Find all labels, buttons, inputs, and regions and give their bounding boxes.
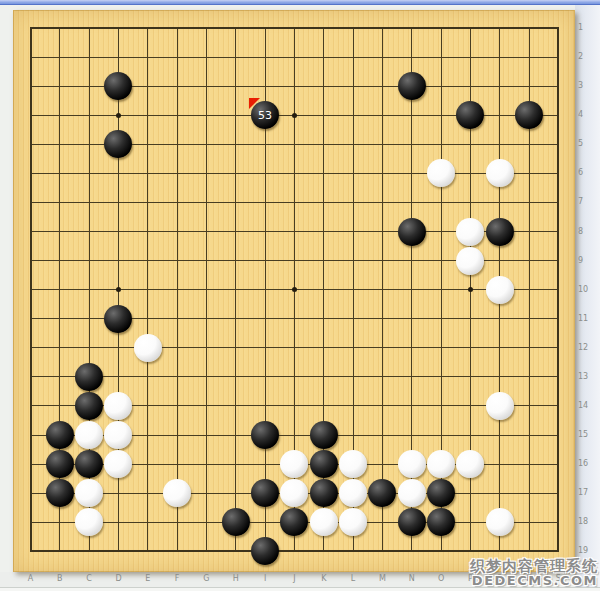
row-label: 19 <box>578 546 594 556</box>
stone-white <box>486 508 514 536</box>
stone-black <box>75 392 103 420</box>
stone-black: 53 <box>251 101 279 129</box>
watermark-line2: DEDECMS.COM <box>470 574 598 588</box>
row-label: 14 <box>578 401 594 411</box>
column-label: E <box>138 574 158 584</box>
row-label: 9 <box>578 256 594 266</box>
row-label: 11 <box>578 314 594 324</box>
stone-black <box>46 450 74 478</box>
column-label: M <box>372 574 392 584</box>
column-label: O <box>431 574 451 584</box>
stone-black <box>104 305 132 333</box>
stone-black <box>251 537 279 565</box>
column-label: B <box>50 574 70 584</box>
stone-black <box>398 218 426 246</box>
row-label: 1 <box>578 23 594 33</box>
stone-white <box>427 450 455 478</box>
stone-black <box>75 363 103 391</box>
stone-black <box>46 479 74 507</box>
star-point <box>292 113 297 118</box>
stone-black <box>398 72 426 100</box>
row-label: 7 <box>578 197 594 207</box>
stone-white <box>134 334 162 362</box>
stone-white <box>456 247 484 275</box>
stone-white <box>456 218 484 246</box>
stone-black <box>251 421 279 449</box>
stone-white <box>75 421 103 449</box>
stone-black <box>486 218 514 246</box>
column-label: H <box>226 574 246 584</box>
star-point <box>116 113 121 118</box>
stone-black <box>222 508 250 536</box>
column-label: D <box>108 574 128 584</box>
column-label: A <box>21 574 41 584</box>
row-label: 6 <box>578 168 594 178</box>
column-label: L <box>343 574 363 584</box>
row-label: 16 <box>578 459 594 469</box>
go-board[interactable]: 53 <box>13 10 575 572</box>
row-label: 10 <box>578 285 594 295</box>
watermark-line1: 织梦内容管理系统 <box>470 558 598 574</box>
row-label: 18 <box>578 517 594 527</box>
stone-white <box>339 450 367 478</box>
last-move-number: 53 <box>251 101 279 129</box>
stone-black <box>310 421 338 449</box>
stone-white <box>310 508 338 536</box>
stone-black <box>310 450 338 478</box>
stone-black <box>310 479 338 507</box>
column-label: F <box>167 574 187 584</box>
stone-black <box>46 421 74 449</box>
row-label: 3 <box>578 81 594 91</box>
column-label: C <box>79 574 99 584</box>
stone-black <box>398 508 426 536</box>
row-label: 17 <box>578 488 594 498</box>
row-label: 13 <box>578 372 594 382</box>
stone-white <box>398 479 426 507</box>
row-label: 2 <box>578 52 594 62</box>
row-label: 8 <box>578 227 594 237</box>
watermark: 织梦内容管理系统 DEDECMS.COM <box>470 558 598 588</box>
column-label: J <box>284 574 304 584</box>
column-label: N <box>402 574 422 584</box>
page: { "game": "go", "board": { "size": 19, "… <box>0 0 600 591</box>
stone-white <box>398 450 426 478</box>
row-label: 15 <box>578 430 594 440</box>
window-top-bar <box>0 0 600 5</box>
stone-white <box>486 276 514 304</box>
row-label: 5 <box>578 139 594 149</box>
stone-white <box>486 159 514 187</box>
column-label: I <box>255 574 275 584</box>
column-label: G <box>196 574 216 584</box>
right-margin <box>575 5 600 591</box>
stone-white <box>486 392 514 420</box>
stone-black <box>427 479 455 507</box>
row-label: 12 <box>578 343 594 353</box>
row-label: 4 <box>578 110 594 120</box>
column-label: K <box>314 574 334 584</box>
